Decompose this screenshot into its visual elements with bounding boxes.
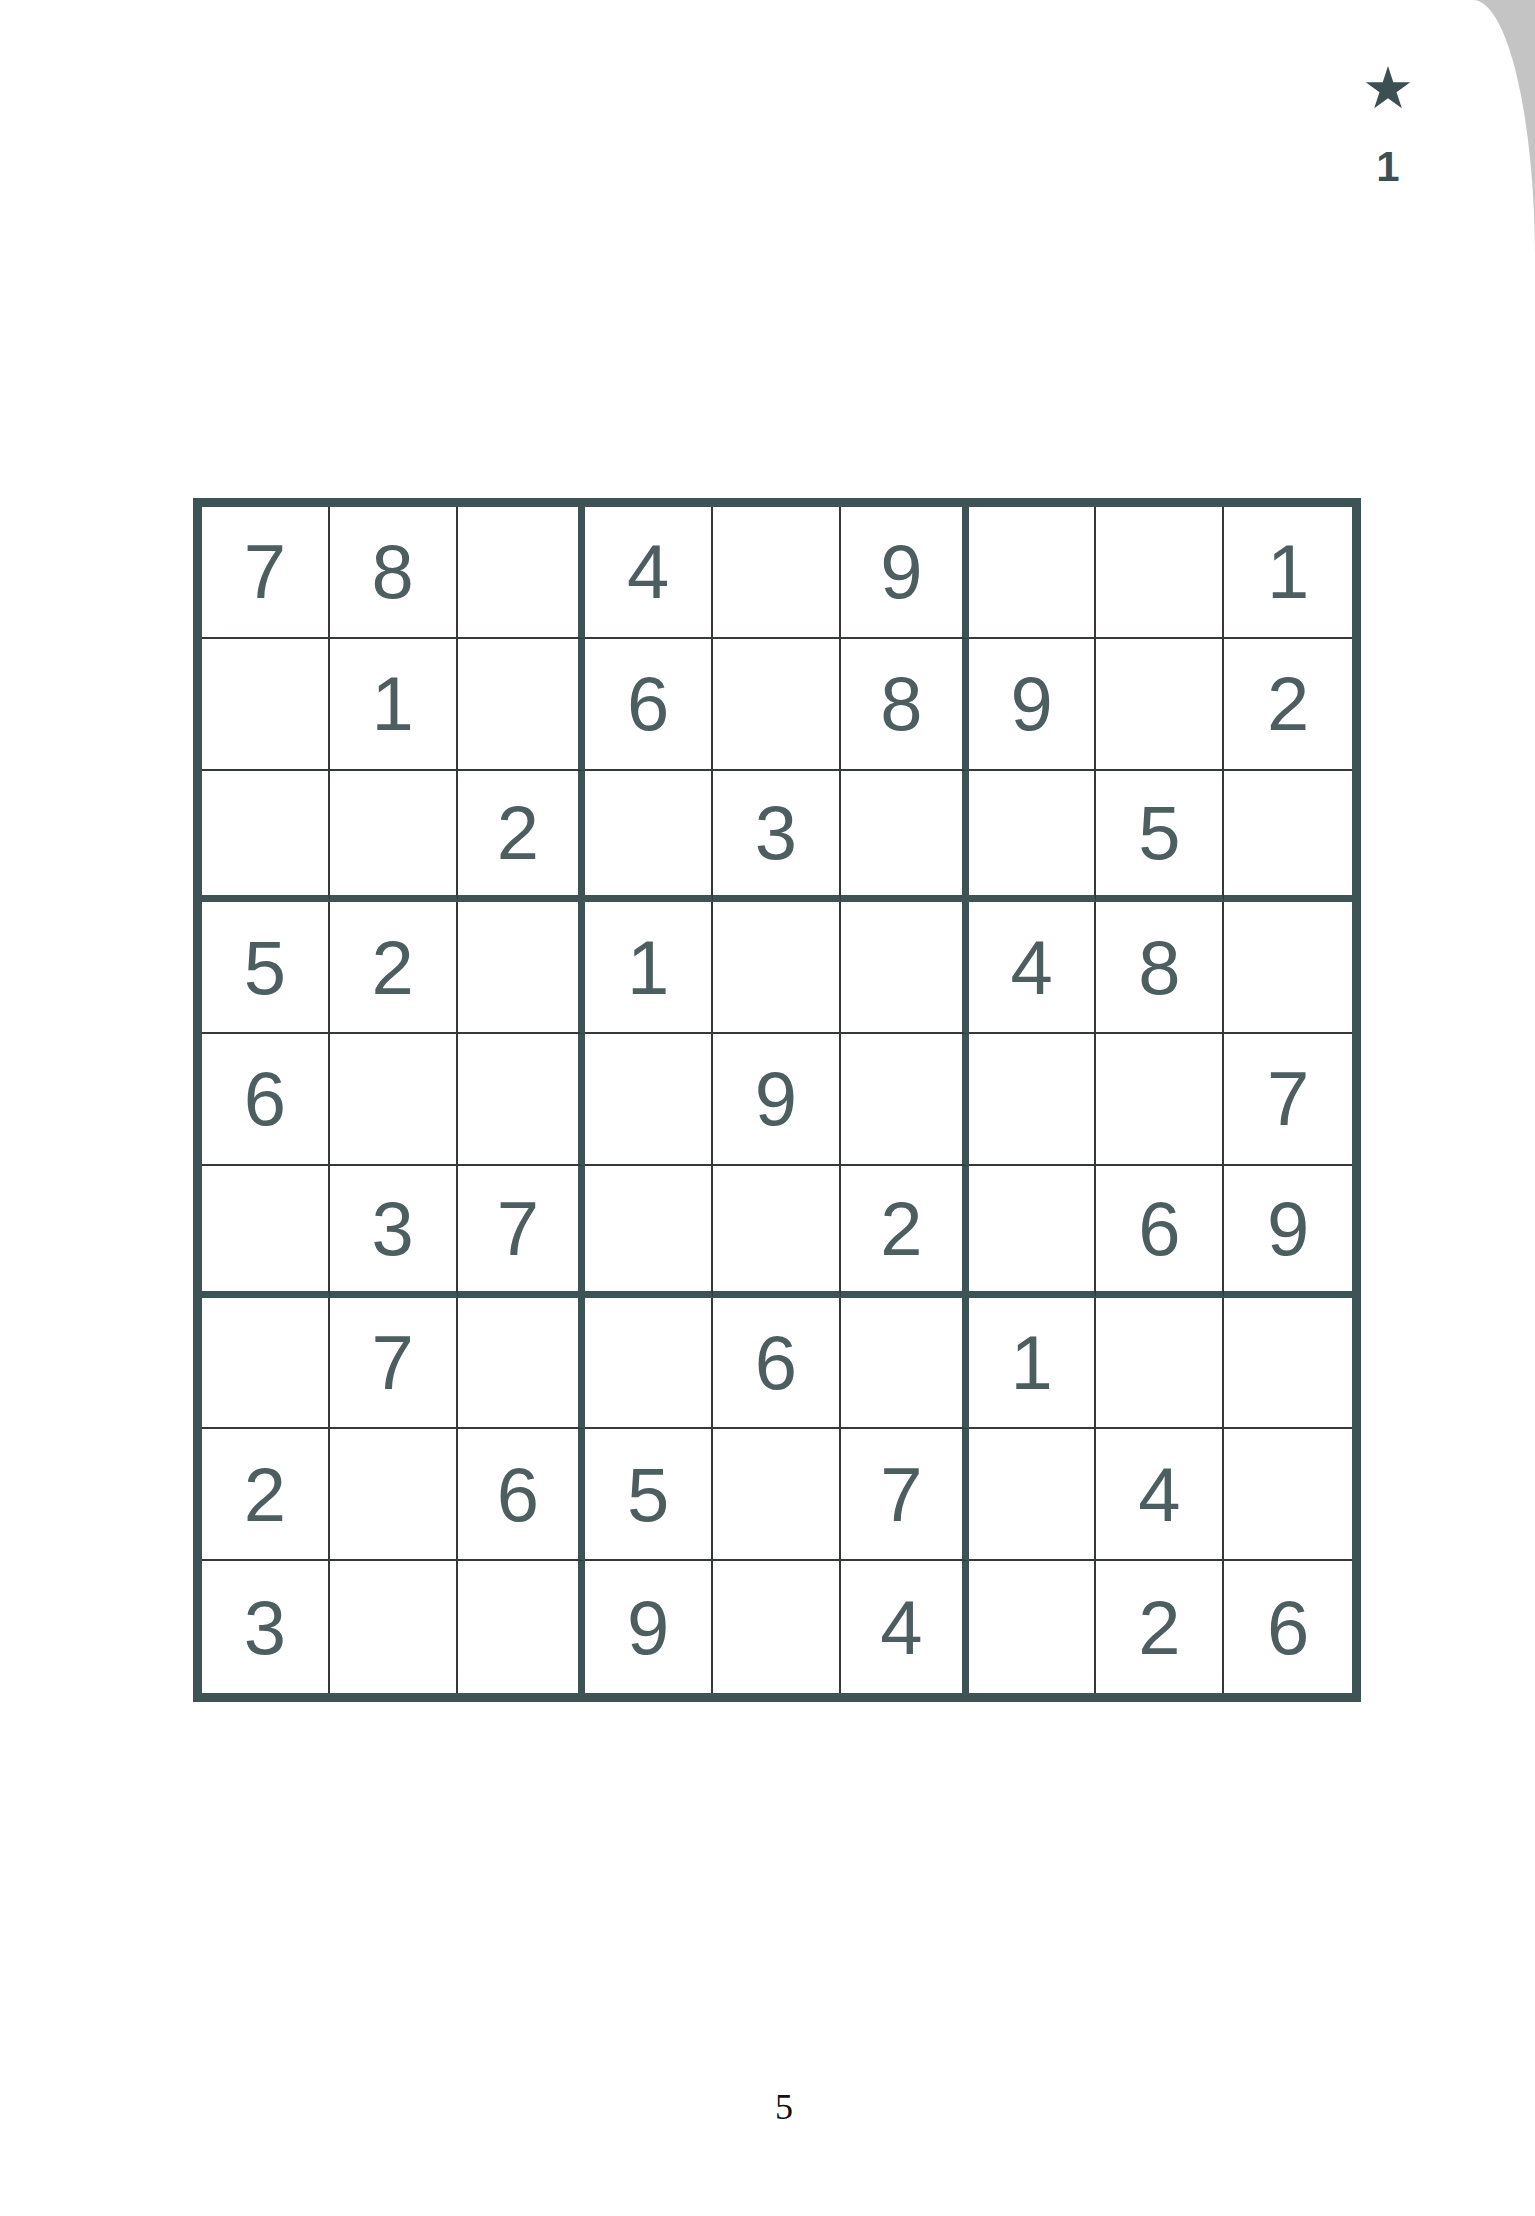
- cell-r7c1[interactable]: [202, 1298, 330, 1430]
- cell-r9c8[interactable]: 2: [1096, 1561, 1224, 1693]
- cell-r8c8[interactable]: 4: [1096, 1429, 1224, 1561]
- cell-r9c6[interactable]: 4: [841, 1561, 969, 1693]
- cell-r8c4[interactable]: 5: [585, 1429, 713, 1561]
- cell-r6c3[interactable]: 7: [458, 1166, 586, 1298]
- cell-r5c8[interactable]: [1096, 1034, 1224, 1166]
- cell-r6c4[interactable]: [585, 1166, 713, 1298]
- cell-r4c5[interactable]: [713, 902, 841, 1034]
- cell-r9c5[interactable]: [713, 1561, 841, 1693]
- cell-r4c1[interactable]: 5: [202, 902, 330, 1034]
- cell-r4c8[interactable]: 8: [1096, 902, 1224, 1034]
- cell-r7c2[interactable]: 7: [330, 1298, 458, 1430]
- cell-r8c1[interactable]: 2: [202, 1429, 330, 1561]
- cell-r7c7[interactable]: 1: [969, 1298, 1097, 1430]
- cell-r7c9[interactable]: [1224, 1298, 1352, 1430]
- cell-r4c9[interactable]: [1224, 902, 1352, 1034]
- cell-r4c3[interactable]: [458, 902, 586, 1034]
- cell-r7c3[interactable]: [458, 1298, 586, 1430]
- cell-r9c2[interactable]: [330, 1561, 458, 1693]
- cell-r1c2[interactable]: 8: [330, 507, 458, 639]
- cell-r3c6[interactable]: [841, 771, 969, 903]
- cell-r6c8[interactable]: 6: [1096, 1166, 1224, 1298]
- cell-r3c9[interactable]: [1224, 771, 1352, 903]
- puzzle-number: 1: [1348, 146, 1428, 188]
- cell-r2c4[interactable]: 6: [585, 639, 713, 771]
- cell-r8c9[interactable]: [1224, 1429, 1352, 1561]
- cell-r3c4[interactable]: [585, 771, 713, 903]
- cell-r5c1[interactable]: 6: [202, 1034, 330, 1166]
- cell-r6c9[interactable]: 9: [1224, 1166, 1352, 1298]
- cell-r3c5[interactable]: 3: [713, 771, 841, 903]
- cell-r1c6[interactable]: 9: [841, 507, 969, 639]
- cell-r2c6[interactable]: 8: [841, 639, 969, 771]
- cell-r5c4[interactable]: [585, 1034, 713, 1166]
- cell-r1c4[interactable]: 4: [585, 507, 713, 639]
- cell-r1c7[interactable]: [969, 507, 1097, 639]
- cell-r3c7[interactable]: [969, 771, 1097, 903]
- cell-r6c1[interactable]: [202, 1166, 330, 1298]
- cell-r4c6[interactable]: [841, 902, 969, 1034]
- cell-r6c2[interactable]: 3: [330, 1166, 458, 1298]
- scanned-puzzle-page: ★ 1 784911689223552148697372697612657439…: [0, 0, 1535, 2216]
- difficulty-badge: ★ 1: [1348, 58, 1428, 188]
- sudoku-board: 784911689223552148697372697612657439426: [193, 498, 1361, 1702]
- cell-r3c1[interactable]: [202, 771, 330, 903]
- cell-r4c2[interactable]: 2: [330, 902, 458, 1034]
- cell-r4c4[interactable]: 1: [585, 902, 713, 1034]
- cell-r8c2[interactable]: [330, 1429, 458, 1561]
- difficulty-star-icon: ★: [1348, 58, 1428, 118]
- cell-r8c7[interactable]: [969, 1429, 1097, 1561]
- cell-r7c4[interactable]: [585, 1298, 713, 1430]
- cell-r7c8[interactable]: [1096, 1298, 1224, 1430]
- cell-r3c3[interactable]: 2: [458, 771, 586, 903]
- cell-r2c2[interactable]: 1: [330, 639, 458, 771]
- cell-r4c7[interactable]: 4: [969, 902, 1097, 1034]
- cell-r9c1[interactable]: 3: [202, 1561, 330, 1693]
- cell-r2c9[interactable]: 2: [1224, 639, 1352, 771]
- cell-r2c7[interactable]: 9: [969, 639, 1097, 771]
- cell-r5c9[interactable]: 7: [1224, 1034, 1352, 1166]
- cell-r2c3[interactable]: [458, 639, 586, 771]
- cell-r7c6[interactable]: [841, 1298, 969, 1430]
- cell-r8c3[interactable]: 6: [458, 1429, 586, 1561]
- cell-r9c7[interactable]: [969, 1561, 1097, 1693]
- cell-r3c8[interactable]: 5: [1096, 771, 1224, 903]
- cell-r8c6[interactable]: 7: [841, 1429, 969, 1561]
- cell-r6c6[interactable]: 2: [841, 1166, 969, 1298]
- cell-r3c2[interactable]: [330, 771, 458, 903]
- cell-r9c3[interactable]: [458, 1561, 586, 1693]
- cell-r5c3[interactable]: [458, 1034, 586, 1166]
- cell-r6c5[interactable]: [713, 1166, 841, 1298]
- cell-r1c8[interactable]: [1096, 507, 1224, 639]
- cell-r6c7[interactable]: [969, 1166, 1097, 1298]
- cell-r1c9[interactable]: 1: [1224, 507, 1352, 639]
- cell-r9c4[interactable]: 9: [585, 1561, 713, 1693]
- cell-r2c5[interactable]: [713, 639, 841, 771]
- cell-r5c2[interactable]: [330, 1034, 458, 1166]
- cell-r2c1[interactable]: [202, 639, 330, 771]
- cell-r5c7[interactable]: [969, 1034, 1097, 1166]
- page-number: 5: [742, 2086, 826, 2128]
- cell-r1c1[interactable]: 7: [202, 507, 330, 639]
- cell-r2c8[interactable]: [1096, 639, 1224, 771]
- cell-r9c9[interactable]: 6: [1224, 1561, 1352, 1693]
- cell-r7c5[interactable]: 6: [713, 1298, 841, 1430]
- cell-r5c6[interactable]: [841, 1034, 969, 1166]
- cell-r8c5[interactable]: [713, 1429, 841, 1561]
- cell-r1c5[interactable]: [713, 507, 841, 639]
- cell-r1c3[interactable]: [458, 507, 586, 639]
- cell-r5c5[interactable]: 9: [713, 1034, 841, 1166]
